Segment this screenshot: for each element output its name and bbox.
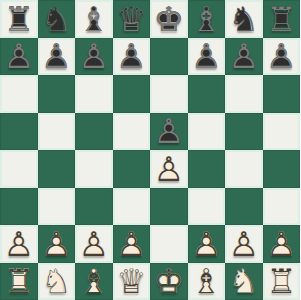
piece-white-pawn[interactable]: ♟♙ — [38, 225, 76, 263]
piece-black-bishop[interactable]: ♝♗ — [75, 0, 113, 38]
black-pawn-icon: ♟ — [225, 38, 263, 76]
white-bishop-icon: ♝ — [75, 263, 113, 300]
piece-white-knight[interactable]: ♞♘ — [225, 263, 263, 300]
white-knight-outline-icon: ♘ — [38, 263, 76, 300]
square-a6[interactable] — [0, 75, 38, 113]
black-pawn-outline-icon: ♙ — [0, 38, 38, 76]
white-knight-outline-icon: ♘ — [225, 263, 263, 300]
white-pawn-outline-icon: ♙ — [113, 225, 151, 263]
square-e1[interactable]: ♚♔ — [150, 263, 188, 300]
square-a7[interactable]: ♟♙ — [0, 38, 38, 76]
white-bishop-outline-icon: ♗ — [75, 263, 113, 300]
square-c5[interactable] — [75, 113, 113, 151]
white-queen-icon: ♛ — [113, 263, 151, 300]
square-c7[interactable]: ♟♙ — [75, 38, 113, 76]
square-g7[interactable]: ♟♙ — [225, 38, 263, 76]
black-bishop-outline-icon: ♗ — [75, 0, 113, 38]
square-a5[interactable] — [0, 113, 38, 151]
white-rook-icon: ♜ — [0, 263, 38, 300]
piece-white-pawn[interactable]: ♟♙ — [150, 150, 188, 188]
piece-black-rook[interactable]: ♜♖ — [0, 0, 38, 38]
piece-black-pawn[interactable]: ♟♙ — [225, 38, 263, 76]
piece-white-queen[interactable]: ♛♕ — [113, 263, 151, 300]
black-pawn-outline-icon: ♙ — [75, 38, 113, 76]
piece-black-pawn[interactable]: ♟♙ — [263, 38, 301, 76]
white-knight-icon: ♞ — [225, 263, 263, 300]
square-g4[interactable] — [225, 150, 263, 188]
piece-white-pawn[interactable]: ♟♙ — [263, 225, 301, 263]
piece-white-bishop[interactable]: ♝♗ — [188, 263, 226, 300]
square-b6[interactable] — [38, 75, 76, 113]
square-f4[interactable] — [188, 150, 226, 188]
square-b8[interactable]: ♞♘ — [38, 0, 76, 38]
black-bishop-outline-icon: ♗ — [188, 0, 226, 38]
black-pawn-icon: ♟ — [263, 38, 301, 76]
square-c4[interactable] — [75, 150, 113, 188]
piece-black-pawn[interactable]: ♟♙ — [0, 38, 38, 76]
piece-white-king[interactable]: ♚♔ — [150, 263, 188, 300]
square-f7[interactable]: ♟♙ — [188, 38, 226, 76]
square-c3[interactable] — [75, 188, 113, 226]
black-pawn-icon: ♟ — [38, 38, 76, 76]
square-h6[interactable] — [263, 75, 301, 113]
black-pawn-outline-icon: ♙ — [263, 38, 301, 76]
square-a2[interactable]: ♟♙ — [0, 225, 38, 263]
piece-black-king[interactable]: ♚♔ — [150, 0, 188, 38]
white-pawn-icon: ♟ — [113, 225, 151, 263]
white-knight-icon: ♞ — [38, 263, 76, 300]
black-rook-outline-icon: ♖ — [263, 0, 301, 38]
piece-black-rook[interactable]: ♜♖ — [263, 0, 301, 38]
white-pawn-icon: ♟ — [263, 225, 301, 263]
white-king-outline-icon: ♔ — [150, 263, 188, 300]
piece-black-pawn[interactable]: ♟♙ — [188, 38, 226, 76]
square-d6[interactable] — [113, 75, 151, 113]
black-pawn-outline-icon: ♙ — [113, 38, 151, 76]
black-pawn-outline-icon: ♙ — [150, 113, 188, 151]
black-rook-icon: ♜ — [0, 0, 38, 38]
white-rook-icon: ♜ — [263, 263, 301, 300]
square-b2[interactable]: ♟♙ — [38, 225, 76, 263]
square-h5[interactable] — [263, 113, 301, 151]
black-pawn-outline-icon: ♙ — [188, 38, 226, 76]
black-pawn-outline-icon: ♙ — [225, 38, 263, 76]
white-pawn-icon: ♟ — [75, 225, 113, 263]
piece-white-pawn[interactable]: ♟♙ — [188, 225, 226, 263]
square-h4[interactable] — [263, 150, 301, 188]
white-pawn-outline-icon: ♙ — [263, 225, 301, 263]
square-e2[interactable] — [150, 225, 188, 263]
piece-black-knight[interactable]: ♞♘ — [225, 0, 263, 38]
square-g1[interactable]: ♞♘ — [225, 263, 263, 300]
square-b5[interactable] — [38, 113, 76, 151]
piece-black-pawn[interactable]: ♟♙ — [150, 113, 188, 151]
piece-black-queen[interactable]: ♛♕ — [113, 0, 151, 38]
black-bishop-icon: ♝ — [75, 0, 113, 38]
square-g3[interactable] — [225, 188, 263, 226]
piece-white-pawn[interactable]: ♟♙ — [0, 225, 38, 263]
square-f5[interactable] — [188, 113, 226, 151]
square-h2[interactable]: ♟♙ — [263, 225, 301, 263]
black-knight-icon: ♞ — [225, 0, 263, 38]
black-pawn-icon: ♟ — [188, 38, 226, 76]
black-pawn-icon: ♟ — [113, 38, 151, 76]
square-d5[interactable] — [113, 113, 151, 151]
white-pawn-icon: ♟ — [38, 225, 76, 263]
white-queen-outline-icon: ♕ — [113, 263, 151, 300]
piece-black-bishop[interactable]: ♝♗ — [188, 0, 226, 38]
square-g5[interactable] — [225, 113, 263, 151]
square-b3[interactable] — [38, 188, 76, 226]
white-rook-outline-icon: ♖ — [0, 263, 38, 300]
square-b4[interactable] — [38, 150, 76, 188]
square-d8[interactable]: ♛♕ — [113, 0, 151, 38]
white-pawn-outline-icon: ♙ — [225, 225, 263, 263]
square-h7[interactable]: ♟♙ — [263, 38, 301, 76]
square-g2[interactable]: ♟♙ — [225, 225, 263, 263]
white-pawn-icon: ♟ — [225, 225, 263, 263]
square-a1[interactable]: ♜♖ — [0, 263, 38, 300]
black-knight-outline-icon: ♘ — [38, 0, 76, 38]
square-d7[interactable]: ♟♙ — [113, 38, 151, 76]
black-rook-icon: ♜ — [263, 0, 301, 38]
piece-black-pawn[interactable]: ♟♙ — [113, 38, 151, 76]
square-e6[interactable] — [150, 75, 188, 113]
white-pawn-outline-icon: ♙ — [38, 225, 76, 263]
square-a4[interactable] — [0, 150, 38, 188]
white-pawn-outline-icon: ♙ — [0, 225, 38, 263]
square-b1[interactable]: ♞♘ — [38, 263, 76, 300]
square-e4[interactable]: ♟♙ — [150, 150, 188, 188]
piece-black-pawn[interactable]: ♟♙ — [38, 38, 76, 76]
black-bishop-icon: ♝ — [188, 0, 226, 38]
black-queen-outline-icon: ♕ — [113, 0, 151, 38]
square-e7[interactable] — [150, 38, 188, 76]
black-pawn-icon: ♟ — [75, 38, 113, 76]
white-pawn-outline-icon: ♙ — [150, 150, 188, 188]
black-queen-icon: ♛ — [113, 0, 151, 38]
white-pawn-outline-icon: ♙ — [188, 225, 226, 263]
square-c6[interactable] — [75, 75, 113, 113]
black-king-icon: ♚ — [150, 0, 188, 38]
square-d1[interactable]: ♛♕ — [113, 263, 151, 300]
white-pawn-icon: ♟ — [150, 150, 188, 188]
square-b7[interactable]: ♟♙ — [38, 38, 76, 76]
piece-black-knight[interactable]: ♞♘ — [38, 0, 76, 38]
black-pawn-icon: ♟ — [150, 113, 188, 151]
square-h3[interactable] — [263, 188, 301, 226]
square-d4[interactable] — [113, 150, 151, 188]
black-rook-outline-icon: ♖ — [0, 0, 38, 38]
white-pawn-icon: ♟ — [0, 225, 38, 263]
square-a8[interactable]: ♜♖ — [0, 0, 38, 38]
square-f6[interactable] — [188, 75, 226, 113]
white-bishop-icon: ♝ — [188, 263, 226, 300]
piece-black-pawn[interactable]: ♟♙ — [75, 38, 113, 76]
square-f8[interactable]: ♝♗ — [188, 0, 226, 38]
white-bishop-outline-icon: ♗ — [188, 263, 226, 300]
square-f3[interactable] — [188, 188, 226, 226]
square-h1[interactable]: ♜♖ — [263, 263, 301, 300]
white-rook-outline-icon: ♖ — [263, 263, 301, 300]
black-knight-icon: ♞ — [38, 0, 76, 38]
piece-white-rook[interactable]: ♜♖ — [0, 263, 38, 300]
white-pawn-icon: ♟ — [188, 225, 226, 263]
square-f1[interactable]: ♝♗ — [188, 263, 226, 300]
square-e5[interactable]: ♟♙ — [150, 113, 188, 151]
square-g6[interactable] — [225, 75, 263, 113]
piece-white-pawn[interactable]: ♟♙ — [225, 225, 263, 263]
piece-white-knight[interactable]: ♞♘ — [38, 263, 76, 300]
black-pawn-outline-icon: ♙ — [38, 38, 76, 76]
square-g8[interactable]: ♞♘ — [225, 0, 263, 38]
piece-white-rook[interactable]: ♜♖ — [263, 263, 301, 300]
white-king-icon: ♚ — [150, 263, 188, 300]
square-d2[interactable]: ♟♙ — [113, 225, 151, 263]
square-c8[interactable]: ♝♗ — [75, 0, 113, 38]
black-king-outline-icon: ♔ — [150, 0, 188, 38]
piece-white-pawn[interactable]: ♟♙ — [113, 225, 151, 263]
square-f2[interactable]: ♟♙ — [188, 225, 226, 263]
piece-white-bishop[interactable]: ♝♗ — [75, 263, 113, 300]
square-h8[interactable]: ♜♖ — [263, 0, 301, 38]
black-knight-outline-icon: ♘ — [225, 0, 263, 38]
square-a3[interactable] — [0, 188, 38, 226]
square-e3[interactable] — [150, 188, 188, 226]
black-pawn-icon: ♟ — [0, 38, 38, 76]
square-c2[interactable]: ♟♙ — [75, 225, 113, 263]
square-c1[interactable]: ♝♗ — [75, 263, 113, 300]
white-pawn-outline-icon: ♙ — [75, 225, 113, 263]
square-d3[interactable] — [113, 188, 151, 226]
chess-board: ♜♖♞♘♝♗♛♕♚♔♝♗♞♘♜♖♟♙♟♙♟♙♟♙♟♙♟♙♟♙♟♙♟♙♟♙♟♙♟♙… — [0, 0, 300, 300]
piece-white-pawn[interactable]: ♟♙ — [75, 225, 113, 263]
square-e8[interactable]: ♚♔ — [150, 0, 188, 38]
